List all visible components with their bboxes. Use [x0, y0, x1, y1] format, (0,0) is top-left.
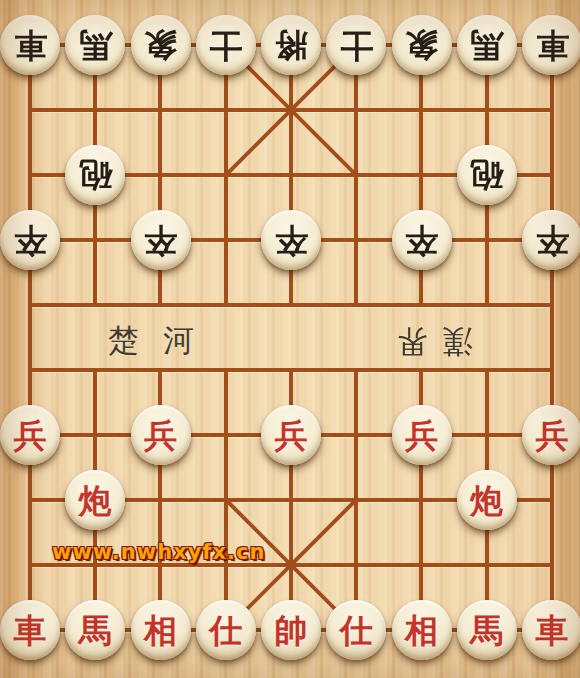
piece-black-f3-r1[interactable]: 象	[131, 15, 191, 75]
piece-red-f5-r7[interactable]: 兵	[261, 405, 321, 465]
piece-black-f1-r1[interactable]: 車	[0, 15, 60, 75]
piece-glyph: 馬	[470, 614, 503, 647]
piece-glyph: 兵	[536, 419, 569, 452]
river-label-han-jie: 漢界	[383, 320, 487, 362]
piece-red-f7-r10[interactable]: 相	[392, 600, 452, 660]
piece-black-f7-r4[interactable]: 卒	[392, 210, 452, 270]
piece-glyph: 士	[340, 29, 373, 62]
piece-glyph: 卒	[405, 224, 438, 257]
piece-glyph: 象	[405, 29, 438, 62]
piece-black-f4-r1[interactable]: 士	[196, 15, 256, 75]
watermark-text: www.nwhxyfx.cn	[52, 540, 265, 564]
piece-glyph: 卒	[536, 224, 569, 257]
piece-glyph: 車	[536, 29, 569, 62]
piece-red-f4-r10[interactable]: 仕	[196, 600, 256, 660]
piece-black-f1-r4[interactable]: 卒	[0, 210, 60, 270]
piece-red-f5-r10[interactable]: 帥	[261, 600, 321, 660]
piece-black-f5-r4[interactable]: 卒	[261, 210, 321, 270]
piece-black-f9-r1[interactable]: 車	[522, 15, 580, 75]
piece-red-f8-r8[interactable]: 炮	[457, 470, 517, 530]
piece-black-f3-r4[interactable]: 卒	[131, 210, 191, 270]
piece-red-f1-r10[interactable]: 車	[0, 600, 60, 660]
piece-red-f9-r7[interactable]: 兵	[522, 405, 580, 465]
piece-red-f2-r8[interactable]: 炮	[65, 470, 125, 530]
piece-glyph: 車	[14, 29, 47, 62]
piece-black-f9-r4[interactable]: 卒	[522, 210, 580, 270]
piece-glyph: 炮	[470, 484, 503, 517]
piece-glyph: 相	[144, 614, 177, 647]
piece-glyph: 馬	[470, 29, 503, 62]
piece-red-f6-r10[interactable]: 仕	[326, 600, 386, 660]
xiangqi-board: 楚河 漢界 www.nwhxyfx.cn 車馬象士將士象馬車砲砲卒卒卒卒卒兵兵兵…	[0, 0, 580, 678]
piece-glyph: 將	[275, 29, 308, 62]
piece-black-f7-r1[interactable]: 象	[392, 15, 452, 75]
piece-glyph: 車	[536, 614, 569, 647]
piece-glyph: 士	[209, 29, 242, 62]
piece-glyph: 象	[144, 29, 177, 62]
piece-glyph: 兵	[405, 419, 438, 452]
piece-red-f3-r10[interactable]: 相	[131, 600, 191, 660]
piece-red-f7-r7[interactable]: 兵	[392, 405, 452, 465]
piece-glyph: 炮	[79, 484, 112, 517]
piece-red-f3-r7[interactable]: 兵	[131, 405, 191, 465]
piece-glyph: 相	[405, 614, 438, 647]
piece-glyph: 卒	[14, 224, 47, 257]
piece-glyph: 仕	[340, 614, 373, 647]
piece-black-f6-r1[interactable]: 士	[326, 15, 386, 75]
piece-glyph: 卒	[144, 224, 177, 257]
river-label-chu-he: 楚河	[108, 320, 218, 362]
piece-glyph: 兵	[14, 419, 47, 452]
piece-red-f8-r10[interactable]: 馬	[457, 600, 517, 660]
piece-glyph: 馬	[79, 29, 112, 62]
piece-black-f8-r1[interactable]: 馬	[457, 15, 517, 75]
piece-glyph: 帥	[275, 614, 308, 647]
piece-glyph: 兵	[275, 419, 308, 452]
piece-black-f5-r1[interactable]: 將	[261, 15, 321, 75]
piece-glyph: 兵	[144, 419, 177, 452]
piece-glyph: 砲	[470, 159, 503, 192]
piece-red-f2-r10[interactable]: 馬	[65, 600, 125, 660]
piece-glyph: 仕	[209, 614, 242, 647]
piece-black-f2-r1[interactable]: 馬	[65, 15, 125, 75]
piece-glyph: 車	[14, 614, 47, 647]
piece-glyph: 馬	[79, 614, 112, 647]
piece-glyph: 卒	[275, 224, 308, 257]
piece-red-f9-r10[interactable]: 車	[522, 600, 580, 660]
piece-black-f8-r3[interactable]: 砲	[457, 145, 517, 205]
piece-red-f1-r7[interactable]: 兵	[0, 405, 60, 465]
piece-glyph: 砲	[79, 159, 112, 192]
piece-black-f2-r3[interactable]: 砲	[65, 145, 125, 205]
